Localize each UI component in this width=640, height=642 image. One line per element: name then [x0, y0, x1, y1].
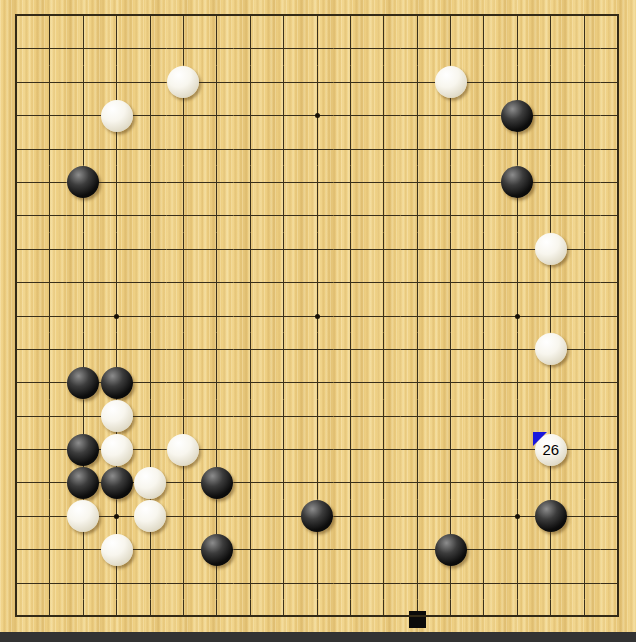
- intersection[interactable]: [501, 299, 534, 332]
- intersection[interactable]: [167, 266, 200, 299]
- intersection[interactable]: [0, 333, 33, 366]
- intersection[interactable]: [67, 0, 100, 32]
- intersection[interactable]: [434, 132, 467, 165]
- intersection[interactable]: [234, 500, 267, 533]
- intersection[interactable]: [167, 366, 200, 399]
- intersection[interactable]: [300, 66, 333, 99]
- intersection[interactable]: [100, 433, 133, 466]
- intersection[interactable]: [534, 600, 567, 632]
- intersection[interactable]: [534, 533, 567, 566]
- intersection[interactable]: [234, 266, 267, 299]
- intersection[interactable]: [334, 299, 367, 332]
- intersection[interactable]: [267, 299, 300, 332]
- intersection[interactable]: [501, 166, 534, 199]
- intersection[interactable]: [501, 433, 534, 466]
- intersection[interactable]: [100, 0, 133, 32]
- intersection[interactable]: [534, 500, 567, 533]
- intersection[interactable]: [167, 166, 200, 199]
- intersection[interactable]: [300, 600, 333, 632]
- intersection[interactable]: [234, 233, 267, 266]
- intersection[interactable]: [0, 166, 33, 199]
- intersection[interactable]: [67, 533, 100, 566]
- intersection[interactable]: [401, 99, 434, 132]
- intersection[interactable]: [467, 199, 500, 232]
- intersection[interactable]: [534, 0, 567, 32]
- intersection[interactable]: [100, 166, 133, 199]
- intersection[interactable]: [33, 366, 66, 399]
- intersection[interactable]: [133, 400, 166, 433]
- intersection[interactable]: [401, 533, 434, 566]
- intersection[interactable]: [300, 299, 333, 332]
- intersection[interactable]: [267, 366, 300, 399]
- intersection[interactable]: [401, 333, 434, 366]
- intersection[interactable]: [467, 66, 500, 99]
- intersection[interactable]: [267, 199, 300, 232]
- intersection[interactable]: [167, 433, 200, 466]
- intersection[interactable]: [0, 466, 33, 499]
- intersection[interactable]: [33, 299, 66, 332]
- intersection[interactable]: [67, 199, 100, 232]
- intersection[interactable]: [334, 266, 367, 299]
- intersection[interactable]: [0, 500, 33, 533]
- intersection[interactable]: [167, 66, 200, 99]
- intersection[interactable]: [567, 333, 600, 366]
- intersection[interactable]: [367, 266, 400, 299]
- intersection[interactable]: [133, 266, 166, 299]
- intersection[interactable]: [100, 566, 133, 599]
- intersection[interactable]: [200, 299, 233, 332]
- intersection[interactable]: [167, 600, 200, 632]
- intersection[interactable]: [567, 366, 600, 399]
- intersection[interactable]: [467, 132, 500, 165]
- intersection[interactable]: [267, 600, 300, 632]
- intersection[interactable]: [167, 333, 200, 366]
- intersection[interactable]: [67, 233, 100, 266]
- intersection[interactable]: [434, 233, 467, 266]
- intersection[interactable]: [133, 533, 166, 566]
- intersection[interactable]: [200, 500, 233, 533]
- intersection[interactable]: [133, 366, 166, 399]
- intersection[interactable]: [334, 32, 367, 65]
- intersection[interactable]: [234, 199, 267, 232]
- intersection[interactable]: [534, 132, 567, 165]
- intersection[interactable]: [0, 266, 33, 299]
- intersection[interactable]: [200, 333, 233, 366]
- intersection[interactable]: [100, 66, 133, 99]
- intersection[interactable]: [33, 233, 66, 266]
- intersection[interactable]: [334, 600, 367, 632]
- intersection[interactable]: [267, 333, 300, 366]
- intersection[interactable]: [601, 400, 634, 433]
- intersection[interactable]: [334, 233, 367, 266]
- intersection[interactable]: [567, 466, 600, 499]
- intersection[interactable]: [300, 233, 333, 266]
- intersection[interactable]: [200, 66, 233, 99]
- intersection[interactable]: [401, 32, 434, 65]
- intersection[interactable]: [467, 400, 500, 433]
- intersection[interactable]: [33, 99, 66, 132]
- intersection[interactable]: [401, 233, 434, 266]
- intersection[interactable]: [434, 533, 467, 566]
- intersection[interactable]: [0, 566, 33, 599]
- intersection[interactable]: [401, 433, 434, 466]
- intersection[interactable]: [300, 466, 333, 499]
- intersection[interactable]: [67, 299, 100, 332]
- intersection[interactable]: [434, 299, 467, 332]
- intersection[interactable]: [601, 500, 634, 533]
- intersection[interactable]: [367, 333, 400, 366]
- intersection[interactable]: [401, 466, 434, 499]
- intersection[interactable]: [367, 233, 400, 266]
- intersection[interactable]: [501, 266, 534, 299]
- intersection[interactable]: [534, 233, 567, 266]
- intersection[interactable]: [501, 333, 534, 366]
- intersection[interactable]: [33, 66, 66, 99]
- intersection[interactable]: [234, 99, 267, 132]
- intersection[interactable]: [434, 66, 467, 99]
- intersection[interactable]: [434, 433, 467, 466]
- intersection[interactable]: [567, 299, 600, 332]
- intersection[interactable]: [367, 32, 400, 65]
- intersection[interactable]: [401, 299, 434, 332]
- intersection[interactable]: [567, 66, 600, 99]
- intersection[interactable]: [33, 433, 66, 466]
- intersection[interactable]: [367, 0, 400, 32]
- intersection[interactable]: [601, 0, 634, 32]
- intersection[interactable]: [367, 99, 400, 132]
- intersection[interactable]: [401, 566, 434, 599]
- intersection[interactable]: [567, 600, 600, 632]
- intersection[interactable]: [601, 566, 634, 599]
- intersection[interactable]: [401, 166, 434, 199]
- intersection[interactable]: [601, 600, 634, 632]
- intersection[interactable]: [33, 333, 66, 366]
- intersection[interactable]: [534, 199, 567, 232]
- intersection[interactable]: [601, 166, 634, 199]
- intersection[interactable]: [133, 566, 166, 599]
- intersection[interactable]: [434, 400, 467, 433]
- intersection[interactable]: [33, 32, 66, 65]
- intersection[interactable]: [67, 400, 100, 433]
- intersection[interactable]: [167, 0, 200, 32]
- intersection[interactable]: [334, 533, 367, 566]
- intersection[interactable]: [300, 32, 333, 65]
- intersection[interactable]: [567, 533, 600, 566]
- intersection[interactable]: [434, 166, 467, 199]
- intersection[interactable]: [133, 0, 166, 32]
- intersection[interactable]: [367, 366, 400, 399]
- intersection[interactable]: [234, 66, 267, 99]
- intersection[interactable]: [467, 0, 500, 32]
- intersection[interactable]: [601, 32, 634, 65]
- intersection[interactable]: [501, 99, 534, 132]
- intersection[interactable]: [200, 600, 233, 632]
- intersection[interactable]: [33, 132, 66, 165]
- intersection[interactable]: [133, 299, 166, 332]
- intersection[interactable]: [401, 199, 434, 232]
- intersection[interactable]: [367, 566, 400, 599]
- intersection[interactable]: [434, 366, 467, 399]
- intersection[interactable]: [467, 466, 500, 499]
- intersection[interactable]: [501, 233, 534, 266]
- intersection[interactable]: [300, 400, 333, 433]
- intersection[interactable]: [267, 266, 300, 299]
- intersection[interactable]: [167, 533, 200, 566]
- intersection[interactable]: [567, 566, 600, 599]
- intersection[interactable]: [33, 400, 66, 433]
- intersection[interactable]: [601, 66, 634, 99]
- intersection[interactable]: [534, 266, 567, 299]
- intersection[interactable]: [401, 600, 434, 632]
- intersection[interactable]: [601, 132, 634, 165]
- intersection[interactable]: [33, 166, 66, 199]
- intersection[interactable]: [334, 132, 367, 165]
- intersection[interactable]: [267, 533, 300, 566]
- intersection[interactable]: [234, 166, 267, 199]
- intersection[interactable]: [401, 0, 434, 32]
- intersection[interactable]: [33, 199, 66, 232]
- intersection[interactable]: [334, 199, 367, 232]
- intersection[interactable]: [0, 99, 33, 132]
- intersection[interactable]: [300, 366, 333, 399]
- intersection[interactable]: [534, 366, 567, 399]
- intersection[interactable]: [0, 600, 33, 632]
- intersection[interactable]: [567, 433, 600, 466]
- intersection[interactable]: [167, 233, 200, 266]
- intersection[interactable]: [367, 400, 400, 433]
- intersection[interactable]: [67, 500, 100, 533]
- intersection[interactable]: [434, 566, 467, 599]
- intersection[interactable]: [200, 433, 233, 466]
- intersection[interactable]: [67, 466, 100, 499]
- intersection[interactable]: [234, 533, 267, 566]
- intersection[interactable]: [267, 0, 300, 32]
- intersection[interactable]: [100, 466, 133, 499]
- intersection[interactable]: [267, 433, 300, 466]
- intersection[interactable]: [467, 166, 500, 199]
- intersection[interactable]: [100, 500, 133, 533]
- intersection[interactable]: 26: [534, 433, 567, 466]
- intersection[interactable]: [401, 66, 434, 99]
- intersection[interactable]: [567, 32, 600, 65]
- intersection[interactable]: [200, 566, 233, 599]
- intersection[interactable]: [67, 433, 100, 466]
- intersection[interactable]: [601, 333, 634, 366]
- intersection[interactable]: [234, 366, 267, 399]
- intersection[interactable]: [534, 466, 567, 499]
- intersection[interactable]: [33, 600, 66, 632]
- intersection[interactable]: [0, 366, 33, 399]
- intersection[interactable]: [133, 199, 166, 232]
- intersection[interactable]: [33, 266, 66, 299]
- intersection[interactable]: [300, 0, 333, 32]
- intersection[interactable]: [334, 400, 367, 433]
- intersection[interactable]: [367, 500, 400, 533]
- intersection[interactable]: [167, 400, 200, 433]
- intersection[interactable]: [100, 266, 133, 299]
- intersection[interactable]: [200, 400, 233, 433]
- intersection[interactable]: [100, 132, 133, 165]
- intersection[interactable]: [334, 66, 367, 99]
- intersection[interactable]: [267, 233, 300, 266]
- intersection[interactable]: [300, 266, 333, 299]
- intersection[interactable]: [567, 166, 600, 199]
- intersection[interactable]: [467, 333, 500, 366]
- intersection[interactable]: [234, 299, 267, 332]
- intersection[interactable]: [601, 233, 634, 266]
- intersection[interactable]: [234, 32, 267, 65]
- intersection[interactable]: [367, 533, 400, 566]
- intersection[interactable]: [501, 0, 534, 32]
- intersection[interactable]: [0, 400, 33, 433]
- intersection[interactable]: [267, 132, 300, 165]
- intersection[interactable]: [133, 233, 166, 266]
- intersection[interactable]: [601, 433, 634, 466]
- intersection[interactable]: [33, 500, 66, 533]
- intersection[interactable]: [133, 99, 166, 132]
- intersection[interactable]: [267, 32, 300, 65]
- intersection[interactable]: [0, 233, 33, 266]
- intersection[interactable]: [133, 66, 166, 99]
- intersection[interactable]: [534, 566, 567, 599]
- intersection[interactable]: [33, 466, 66, 499]
- intersection[interactable]: [267, 500, 300, 533]
- intersection[interactable]: [334, 333, 367, 366]
- intersection[interactable]: [567, 0, 600, 32]
- intersection[interactable]: [133, 466, 166, 499]
- intersection[interactable]: [100, 533, 133, 566]
- intersection[interactable]: [334, 166, 367, 199]
- intersection[interactable]: [67, 600, 100, 632]
- intersection[interactable]: [300, 199, 333, 232]
- intersection[interactable]: [501, 199, 534, 232]
- intersection[interactable]: [434, 99, 467, 132]
- intersection[interactable]: [0, 533, 33, 566]
- intersection[interactable]: [33, 533, 66, 566]
- intersection[interactable]: [133, 500, 166, 533]
- intersection[interactable]: [100, 299, 133, 332]
- intersection[interactable]: [67, 166, 100, 199]
- intersection[interactable]: [501, 600, 534, 632]
- intersection[interactable]: [367, 199, 400, 232]
- intersection[interactable]: [200, 32, 233, 65]
- intersection[interactable]: [300, 566, 333, 599]
- intersection[interactable]: [334, 500, 367, 533]
- intersection[interactable]: [200, 266, 233, 299]
- intersection[interactable]: [534, 166, 567, 199]
- intersection[interactable]: [100, 600, 133, 632]
- intersection[interactable]: [200, 233, 233, 266]
- intersection[interactable]: [0, 0, 33, 32]
- intersection[interactable]: [267, 66, 300, 99]
- intersection[interactable]: [200, 366, 233, 399]
- intersection[interactable]: [0, 299, 33, 332]
- intersection[interactable]: [467, 433, 500, 466]
- intersection[interactable]: [367, 433, 400, 466]
- intersection[interactable]: [100, 199, 133, 232]
- intersection[interactable]: [167, 466, 200, 499]
- intersection[interactable]: [401, 132, 434, 165]
- intersection[interactable]: [234, 400, 267, 433]
- intersection[interactable]: [467, 266, 500, 299]
- intersection[interactable]: [0, 433, 33, 466]
- intersection[interactable]: [567, 233, 600, 266]
- intersection[interactable]: [501, 132, 534, 165]
- intersection[interactable]: [501, 366, 534, 399]
- intersection[interactable]: [567, 199, 600, 232]
- intersection[interactable]: [601, 533, 634, 566]
- intersection[interactable]: [601, 299, 634, 332]
- intersection[interactable]: [401, 400, 434, 433]
- intersection[interactable]: [300, 132, 333, 165]
- intersection[interactable]: [67, 333, 100, 366]
- intersection[interactable]: [434, 199, 467, 232]
- intersection[interactable]: [234, 333, 267, 366]
- intersection[interactable]: [200, 132, 233, 165]
- intersection[interactable]: [501, 500, 534, 533]
- intersection[interactable]: [367, 132, 400, 165]
- intersection[interactable]: [200, 533, 233, 566]
- intersection[interactable]: [501, 32, 534, 65]
- intersection[interactable]: [534, 99, 567, 132]
- intersection[interactable]: [534, 32, 567, 65]
- intersection[interactable]: [401, 266, 434, 299]
- intersection[interactable]: [434, 266, 467, 299]
- intersection[interactable]: [133, 433, 166, 466]
- intersection[interactable]: [434, 32, 467, 65]
- intersection[interactable]: [200, 166, 233, 199]
- intersection[interactable]: [100, 233, 133, 266]
- intersection[interactable]: [234, 433, 267, 466]
- intersection[interactable]: [467, 99, 500, 132]
- intersection[interactable]: [33, 0, 66, 32]
- intersection[interactable]: [0, 199, 33, 232]
- intersection[interactable]: [234, 466, 267, 499]
- intersection[interactable]: [501, 466, 534, 499]
- intersection[interactable]: [67, 266, 100, 299]
- intersection[interactable]: [567, 132, 600, 165]
- intersection[interactable]: [467, 32, 500, 65]
- intersection[interactable]: [601, 366, 634, 399]
- intersection[interactable]: [300, 333, 333, 366]
- intersection[interactable]: [267, 566, 300, 599]
- intersection[interactable]: [567, 266, 600, 299]
- intersection[interactable]: [234, 132, 267, 165]
- intersection[interactable]: [601, 199, 634, 232]
- intersection[interactable]: [434, 466, 467, 499]
- intersection[interactable]: [467, 299, 500, 332]
- intersection[interactable]: [501, 66, 534, 99]
- intersection[interactable]: [0, 132, 33, 165]
- intersection[interactable]: [601, 99, 634, 132]
- intersection[interactable]: [267, 466, 300, 499]
- intersection[interactable]: [0, 66, 33, 99]
- intersection[interactable]: [534, 299, 567, 332]
- intersection[interactable]: [467, 366, 500, 399]
- intersection[interactable]: [33, 566, 66, 599]
- intersection[interactable]: [534, 333, 567, 366]
- intersection[interactable]: [434, 600, 467, 632]
- intersection[interactable]: [234, 566, 267, 599]
- intersection[interactable]: [67, 99, 100, 132]
- intersection[interactable]: [401, 500, 434, 533]
- intersection[interactable]: [167, 99, 200, 132]
- intersection[interactable]: [0, 32, 33, 65]
- intersection[interactable]: [167, 566, 200, 599]
- intersection[interactable]: [300, 533, 333, 566]
- intersection[interactable]: [300, 433, 333, 466]
- intersection[interactable]: [567, 400, 600, 433]
